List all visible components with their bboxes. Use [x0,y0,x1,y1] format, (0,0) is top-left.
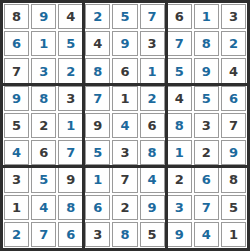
cell-r6c9[interactable]: 9 [221,140,246,165]
cell-r4c2[interactable]: 8 [31,86,56,111]
cell-r4c8[interactable]: 5 [194,86,219,111]
cell-r5c7[interactable]: 8 [167,113,192,138]
cell-r5c3[interactable]: 1 [58,113,83,138]
cell-r4c7[interactable]: 4 [167,86,192,111]
cell-r6c1[interactable]: 4 [4,140,29,165]
cell-r9c8[interactable]: 4 [194,222,219,247]
cell-r8c6[interactable]: 9 [140,195,165,220]
cell-r3c8[interactable]: 9 [194,58,219,83]
cell-r7c4[interactable]: 1 [85,167,110,192]
cell-r6c3[interactable]: 7 [58,140,83,165]
cell-r2c2[interactable]: 1 [31,31,56,56]
cell-r7c2[interactable]: 5 [31,167,56,192]
cell-r6c2[interactable]: 6 [31,140,56,165]
cell-r3c9[interactable]: 4 [221,58,246,83]
cell-r2c7[interactable]: 7 [167,31,192,56]
cell-r4c5[interactable]: 1 [112,86,137,111]
cell-r3c2[interactable]: 3 [31,58,56,83]
cell-r8c2[interactable]: 4 [31,195,56,220]
cell-r3c4[interactable]: 8 [85,58,110,83]
cell-r7c3[interactable]: 9 [58,167,83,192]
cell-r2c6[interactable]: 3 [140,31,165,56]
cell-r5c8[interactable]: 3 [194,113,219,138]
cell-r3c7[interactable]: 5 [167,58,192,83]
cell-r2c1[interactable]: 6 [4,31,29,56]
cell-r6c5[interactable]: 3 [112,140,137,165]
cell-r6c7[interactable]: 1 [167,140,192,165]
cell-r2c3[interactable]: 5 [58,31,83,56]
cell-r1c2[interactable]: 9 [31,4,56,29]
cell-r8c5[interactable]: 2 [112,195,137,220]
cell-r4c6[interactable]: 2 [140,86,165,111]
cell-r4c4[interactable]: 7 [85,86,110,111]
cell-r2c8[interactable]: 8 [194,31,219,56]
cell-r8c7[interactable]: 3 [167,195,192,220]
cell-r8c1[interactable]: 1 [4,195,29,220]
cell-r8c9[interactable]: 5 [221,195,246,220]
cell-r5c1[interactable]: 5 [4,113,29,138]
cell-r5c4[interactable]: 9 [85,113,110,138]
cell-r1c3[interactable]: 4 [58,4,83,29]
cell-r3c5[interactable]: 6 [112,58,137,83]
cell-r9c7[interactable]: 9 [167,222,192,247]
cell-r9c9[interactable]: 1 [221,222,246,247]
cell-r5c9[interactable]: 7 [221,113,246,138]
cell-r3c6[interactable]: 1 [140,58,165,83]
cell-r3c1[interactable]: 7 [4,58,29,83]
cell-r9c5[interactable]: 8 [112,222,137,247]
cell-r1c5[interactable]: 5 [112,4,137,29]
cell-r5c5[interactable]: 4 [112,113,137,138]
cell-r6c8[interactable]: 2 [194,140,219,165]
cell-r1c1[interactable]: 8 [4,4,29,29]
cell-r5c2[interactable]: 2 [31,113,56,138]
cell-r5c6[interactable]: 6 [140,113,165,138]
cell-r4c3[interactable]: 3 [58,86,83,111]
cell-r9c2[interactable]: 7 [31,222,56,247]
cell-r7c9[interactable]: 8 [221,167,246,192]
cell-r8c3[interactable]: 8 [58,195,83,220]
cell-r3c3[interactable]: 2 [58,58,83,83]
sudoku-board: 8942576136154937827328615949837124565219… [0,0,250,251]
cell-r4c1[interactable]: 9 [4,86,29,111]
cell-r1c8[interactable]: 1 [194,4,219,29]
cell-r8c8[interactable]: 7 [194,195,219,220]
cell-r4c9[interactable]: 6 [221,86,246,111]
sudoku-grid: 8942576136154937827328615949837124565219… [0,0,250,251]
cell-r1c4[interactable]: 2 [85,4,110,29]
cell-r1c7[interactable]: 6 [167,4,192,29]
cell-r9c4[interactable]: 3 [85,222,110,247]
cell-r2c9[interactable]: 2 [221,31,246,56]
cell-r9c3[interactable]: 6 [58,222,83,247]
cell-r7c8[interactable]: 6 [194,167,219,192]
cell-r2c5[interactable]: 9 [112,31,137,56]
cell-r7c6[interactable]: 4 [140,167,165,192]
cell-r9c1[interactable]: 2 [4,222,29,247]
cell-r2c4[interactable]: 4 [85,31,110,56]
cell-r6c6[interactable]: 8 [140,140,165,165]
cell-r1c9[interactable]: 3 [221,4,246,29]
cell-r6c4[interactable]: 5 [85,140,110,165]
cell-r7c1[interactable]: 3 [4,167,29,192]
cell-r7c5[interactable]: 7 [112,167,137,192]
cell-r8c4[interactable]: 6 [85,195,110,220]
cell-r7c7[interactable]: 2 [167,167,192,192]
cell-r9c6[interactable]: 5 [140,222,165,247]
cell-r1c6[interactable]: 7 [140,4,165,29]
